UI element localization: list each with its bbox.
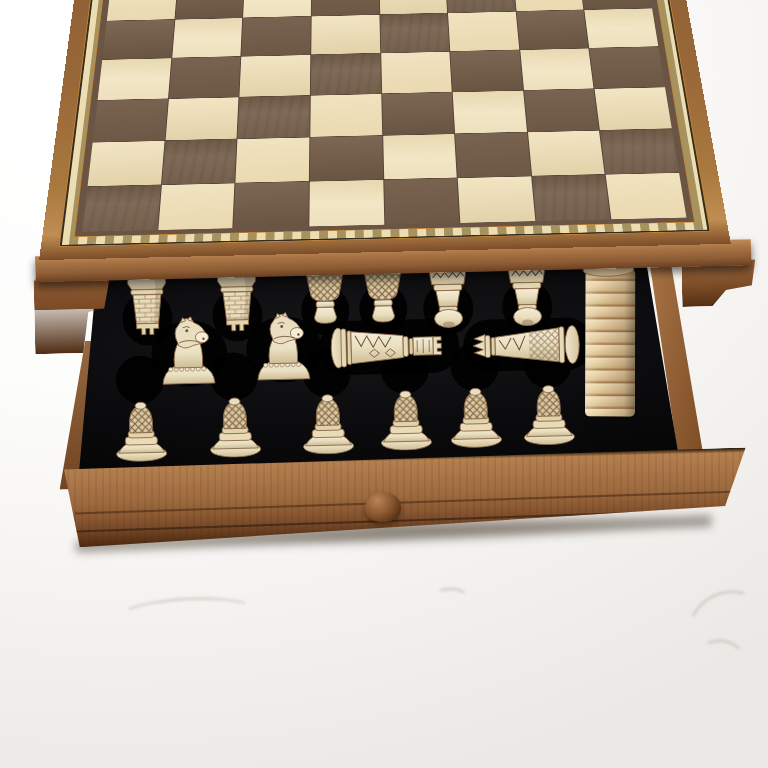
board-square — [162, 139, 237, 184]
board-square — [585, 8, 659, 48]
board-square — [380, 13, 450, 53]
board-square — [312, 0, 379, 16]
board-square — [590, 47, 665, 88]
checkers-discs — [585, 269, 635, 417]
white-bishop-2-piece — [503, 262, 550, 327]
board-square — [236, 137, 310, 182]
white-pawn-4-piece — [378, 384, 434, 451]
white-pawn-6-piece — [521, 378, 577, 445]
board-square — [382, 92, 455, 135]
white-pawn-1-piece — [113, 395, 169, 462]
board-frame — [39, 0, 731, 260]
board-grid — [82, 0, 686, 232]
board-square — [528, 131, 605, 176]
white-king-piece — [329, 325, 448, 370]
board-square — [311, 15, 380, 55]
board-square — [98, 58, 171, 100]
board-square — [240, 55, 311, 96]
board-square — [516, 10, 588, 50]
chess-board — [39, 0, 731, 260]
drawer-knob — [365, 492, 402, 523]
board-square — [532, 174, 611, 221]
board-square — [595, 87, 672, 130]
white-queen-piece — [471, 323, 582, 368]
board-square — [102, 19, 174, 59]
mosaic-inlay-border — [59, 0, 711, 247]
board-square — [172, 18, 242, 58]
board-square — [243, 0, 311, 17]
white-pawn-8-piece — [360, 265, 405, 326]
chess-chest-scene — [0, 0, 768, 768]
board-square — [600, 129, 679, 174]
photo-canvas — [0, 0, 768, 768]
board-square — [458, 176, 535, 223]
board-square — [384, 178, 460, 225]
board-walnut-margin — [74, 0, 695, 237]
board-square — [82, 185, 160, 232]
white-knight-2-piece — [253, 312, 313, 381]
board-square — [165, 97, 239, 140]
board-square — [242, 16, 311, 56]
board-square — [453, 90, 527, 133]
board-square — [448, 11, 519, 51]
board-square — [310, 94, 382, 137]
white-knight-1-piece — [158, 316, 218, 385]
board-square — [158, 183, 235, 230]
white-bishop-1-piece — [424, 264, 471, 329]
board-square — [88, 141, 165, 186]
white-pawn-5-piece — [448, 381, 504, 448]
board-square — [446, 0, 516, 12]
board-square — [524, 89, 599, 132]
board-square — [455, 132, 531, 177]
board-square — [107, 0, 177, 20]
board-square — [379, 0, 447, 14]
board-square — [311, 53, 381, 94]
board-square — [169, 57, 241, 99]
board-square — [93, 99, 168, 142]
board-square — [238, 95, 310, 138]
board-square — [309, 180, 384, 227]
white-pawn-2-piece — [207, 391, 263, 458]
board-square — [606, 173, 686, 220]
board-square — [383, 134, 457, 179]
board-square — [175, 0, 244, 19]
board-square — [520, 48, 594, 89]
board-square — [381, 52, 452, 93]
board-square — [234, 181, 309, 228]
white-pawn-3-piece — [300, 388, 356, 455]
board-square — [450, 50, 522, 91]
board-square — [310, 136, 383, 181]
